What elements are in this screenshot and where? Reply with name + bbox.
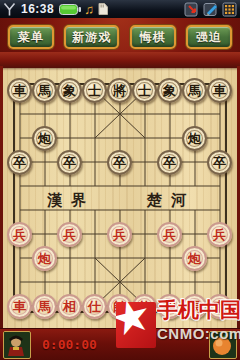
piece-black-elephant-c2r0[interactable]: 象 xyxy=(57,78,82,103)
game-toolbar: 菜单 新游戏 悔棋 强迫 xyxy=(0,18,240,52)
piece-black-soldier-c8r3[interactable]: 卒 xyxy=(207,150,232,175)
battery-icon xyxy=(59,4,81,15)
red-player-avatar xyxy=(3,331,31,359)
piece-black-soldier-c6r3[interactable]: 卒 xyxy=(157,150,182,175)
piece-black-general-c4r0[interactable]: 將 xyxy=(107,78,132,103)
piece-red-soldier-c6r6[interactable]: 兵 xyxy=(157,222,182,247)
music-note-icon: ♫ xyxy=(84,3,94,16)
phone-screen: 16:38 ♫ xyxy=(0,0,240,360)
xiangqi-board[interactable]: 漢界 楚河 車馬象士將士象馬車炮炮卒卒卒卒卒兵兵兵兵兵炮炮車馬相仕帥仕相馬車 xyxy=(0,52,240,328)
piece-red-soldier-c4r6[interactable]: 兵 xyxy=(107,222,132,247)
piece-red-elephant-c6r9[interactable]: 相 xyxy=(157,294,182,319)
undo-move-button[interactable]: 悔棋 xyxy=(130,25,176,49)
piece-red-elephant-c2r9[interactable]: 相 xyxy=(57,294,82,319)
piece-layer: 車馬象士將士象馬車炮炮卒卒卒卒卒兵兵兵兵兵炮炮車馬相仕帥仕相馬車 xyxy=(7,78,232,318)
piece-red-general-c4r9[interactable]: 帥 xyxy=(107,294,132,319)
black-player-avatar xyxy=(209,331,237,359)
status-bar: 16:38 ♫ xyxy=(0,0,240,18)
piece-black-horse-c1r0[interactable]: 馬 xyxy=(32,78,57,103)
piece-black-soldier-c2r3[interactable]: 卒 xyxy=(57,150,82,175)
piece-red-cannon-c1r7[interactable]: 炮 xyxy=(32,246,57,271)
piece-red-chariot-c8r9[interactable]: 車 xyxy=(207,294,232,319)
force-move-button[interactable]: 强迫 xyxy=(186,25,232,49)
clock: 16:38 xyxy=(21,2,54,16)
piece-red-soldier-c8r6[interactable]: 兵 xyxy=(207,222,232,247)
board-frame-top xyxy=(0,52,240,68)
sd-card-icon xyxy=(97,2,109,16)
piece-black-soldier-c0r3[interactable]: 卒 xyxy=(7,150,32,175)
piece-red-advisor-c3r9[interactable]: 仕 xyxy=(82,294,107,319)
app-grid-icon xyxy=(222,2,237,17)
player-bar: 0:00:00 xyxy=(0,328,240,360)
piece-red-advisor-c5r9[interactable]: 仕 xyxy=(132,294,157,319)
piece-red-horse-c1r9[interactable]: 馬 xyxy=(32,294,57,319)
piece-black-chariot-c0r0[interactable]: 車 xyxy=(7,78,32,103)
piece-black-elephant-c6r0[interactable]: 象 xyxy=(157,78,182,103)
missed-call-icon xyxy=(184,2,200,17)
piece-black-chariot-c8r0[interactable]: 車 xyxy=(207,78,232,103)
piece-red-soldier-c0r6[interactable]: 兵 xyxy=(7,222,32,247)
compose-icon xyxy=(203,2,219,17)
piece-black-cannon-c7r2[interactable]: 炮 xyxy=(182,126,207,151)
piece-red-cannon-c7r7[interactable]: 炮 xyxy=(182,246,207,271)
piece-red-soldier-c2r6[interactable]: 兵 xyxy=(57,222,82,247)
new-game-button[interactable]: 新游戏 xyxy=(64,25,119,49)
piece-black-advisor-c3r0[interactable]: 士 xyxy=(82,78,107,103)
piece-black-advisor-c5r0[interactable]: 士 xyxy=(132,78,157,103)
piece-black-soldier-c4r3[interactable]: 卒 xyxy=(107,150,132,175)
game-timer: 0:00:00 xyxy=(42,337,97,352)
signal-antenna-icon xyxy=(3,2,16,16)
piece-black-cannon-c1r2[interactable]: 炮 xyxy=(32,126,57,151)
board-frame-right xyxy=(237,66,240,328)
piece-red-chariot-c0r9[interactable]: 車 xyxy=(7,294,32,319)
menu-button[interactable]: 菜单 xyxy=(8,25,54,49)
piece-black-horse-c7r0[interactable]: 馬 xyxy=(182,78,207,103)
board-frame-left xyxy=(0,66,3,328)
piece-red-horse-c7r9[interactable]: 馬 xyxy=(182,294,207,319)
